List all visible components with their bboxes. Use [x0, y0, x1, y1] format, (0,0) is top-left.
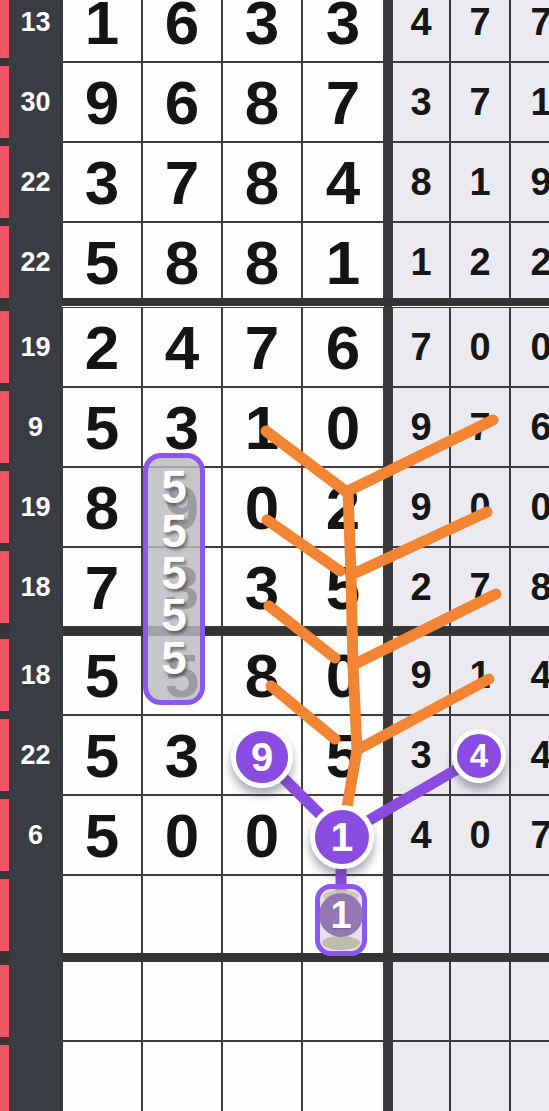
side-cell-r9c1[interactable]: 9: [392, 635, 450, 715]
cell-r4c4[interactable]: 1: [302, 222, 384, 302]
group-separator-2: [62, 627, 549, 635]
cell-r8c1[interactable]: 7: [62, 547, 142, 627]
cell-r10c2[interactable]: 3: [142, 715, 222, 795]
selection-circle-9[interactable]: 9: [231, 726, 293, 788]
side-cell-r9c3[interactable]: 4: [510, 635, 549, 715]
cell-r12c2[interactable]: [142, 875, 222, 955]
cell-r10c4[interactable]: 5: [302, 715, 384, 795]
cell-r3c4[interactable]: 4: [302, 142, 384, 222]
row-indicator-2: [0, 66, 9, 138]
row-indicator-strip: [0, 0, 9, 1111]
cell-r13c4[interactable]: [302, 961, 384, 1041]
side-cell-r5c2[interactable]: 0: [450, 307, 510, 387]
side-cell-r11c1[interactable]: 4: [392, 795, 450, 875]
side-cell-r13c1[interactable]: [392, 961, 450, 1041]
side-cell-r7c3[interactable]: 0: [510, 467, 549, 547]
row-indicator-12: [0, 879, 9, 951]
side-cell-r4c3[interactable]: 2: [510, 222, 549, 302]
side-cell-r6c3[interactable]: 6: [510, 387, 549, 467]
side-cell-r7c2[interactable]: 0: [450, 467, 510, 547]
cell-r1c3[interactable]: 3: [222, 0, 302, 62]
cell-r6c4[interactable]: 0: [302, 387, 384, 467]
row-indicator-7: [0, 471, 9, 543]
cell-r10c1[interactable]: 5: [62, 715, 142, 795]
row-sum-9: 18: [9, 635, 62, 715]
group-separator-1: [62, 298, 549, 306]
cell-r11c3[interactable]: 0: [222, 795, 302, 875]
cell-r13c1[interactable]: [62, 961, 142, 1041]
row-indicator-11: [0, 799, 9, 871]
cell-r2c2[interactable]: 6: [142, 62, 222, 142]
side-cell-r13c2[interactable]: [450, 961, 510, 1041]
side-cell-r9c2[interactable]: 1: [450, 635, 510, 715]
side-cell-r8c3[interactable]: 8: [510, 547, 549, 627]
row-sum-column: 13302222199191818226: [9, 0, 62, 1111]
side-cell-r10c1[interactable]: 3: [392, 715, 450, 795]
cell-r12c1[interactable]: [62, 875, 142, 955]
side-cell-r6c1[interactable]: 9: [392, 387, 450, 467]
row-indicator-8: [0, 551, 9, 623]
row-indicator-1: [0, 0, 9, 58]
cell-r7c4[interactable]: 2: [302, 467, 384, 547]
selection-circle-4[interactable]: 4: [452, 729, 506, 783]
cell-r2c1[interactable]: 9: [62, 62, 142, 142]
cell-r7c1[interactable]: 8: [62, 467, 142, 547]
cell-r1c1[interactable]: 1: [62, 0, 142, 62]
side-cell-r1c2[interactable]: 7: [450, 0, 510, 62]
side-cell-r3c3[interactable]: 9: [510, 142, 549, 222]
pending-tile-badge[interactable]: 1: [315, 884, 367, 956]
side-cell-r14c2[interactable]: [450, 1041, 510, 1111]
row-indicator-4: [0, 226, 9, 298]
side-cell-r1c3[interactable]: 7: [510, 0, 549, 62]
selection-circle-1-value: 1: [331, 814, 354, 860]
side-cell-r7c1[interactable]: 9: [392, 467, 450, 547]
cell-r8c4[interactable]: 5: [302, 547, 384, 627]
row-sum-6: 9: [9, 387, 62, 467]
side-cell-r6c2[interactable]: 7: [450, 387, 510, 467]
row-indicator-9: [0, 639, 9, 711]
row-indicator-13: [0, 965, 9, 1037]
cell-r9c4[interactable]: 0: [302, 635, 384, 715]
row-indicator-6: [0, 391, 9, 463]
highlight-tile-5: 5: [148, 635, 200, 681]
row-sum-5: 19: [9, 307, 62, 387]
row-sum-7: 19: [9, 467, 62, 547]
side-cell-r4c2[interactable]: 2: [450, 222, 510, 302]
side-cell-r5c1[interactable]: 7: [392, 307, 450, 387]
cell-r14c3[interactable]: [222, 1041, 302, 1111]
cell-r5c1[interactable]: 2: [62, 307, 142, 387]
row-sum-11: 6: [9, 795, 62, 875]
row-sum-1: 13: [9, 0, 62, 62]
cell-r13c2[interactable]: [142, 961, 222, 1041]
cell-r3c3[interactable]: 8: [222, 142, 302, 222]
cell-r1c4[interactable]: 3: [302, 0, 384, 62]
side-cell-r12c1[interactable]: [392, 875, 450, 955]
highlight-tile-1: 5: [148, 464, 200, 510]
row-sum-10: 22: [9, 715, 62, 795]
cell-r11c1[interactable]: 5: [62, 795, 142, 875]
cell-r1c2[interactable]: 6: [142, 0, 222, 62]
cell-r6c1[interactable]: 5: [62, 387, 142, 467]
side-cell-r12c2[interactable]: [450, 875, 510, 955]
side-cell-r4c1[interactable]: 1: [392, 222, 450, 302]
side-cell-r2c3[interactable]: 1: [510, 62, 549, 142]
pending-tile-token: 1: [319, 893, 363, 937]
side-cell-r11c2[interactable]: 0: [450, 795, 510, 875]
cell-r2c4[interactable]: 7: [302, 62, 384, 142]
cell-r14c1[interactable]: [62, 1041, 142, 1111]
selection-circle-1[interactable]: 1: [310, 805, 374, 869]
side-cell-r14c1[interactable]: [392, 1041, 450, 1111]
cell-r13c3[interactable]: [222, 961, 302, 1041]
side-cell-r13c3[interactable]: [510, 961, 549, 1041]
side-cell-r8c2[interactable]: 7: [450, 547, 510, 627]
cell-r3c1[interactable]: 3: [62, 142, 142, 222]
row-indicator-10: [0, 719, 9, 791]
row-indicator-14: [0, 1045, 9, 1111]
side-cell-r10c3[interactable]: 4: [510, 715, 549, 795]
cell-r4c3[interactable]: 8: [222, 222, 302, 302]
cell-r2c3[interactable]: 8: [222, 62, 302, 142]
side-cell-r3c2[interactable]: 1: [450, 142, 510, 222]
cell-r7c3[interactable]: 0: [222, 467, 302, 547]
selection-circle-9-value: 9: [251, 735, 273, 779]
main-side-divider: [384, 0, 392, 1111]
cell-r14c2[interactable]: [142, 1041, 222, 1111]
cell-r8c3[interactable]: 3: [222, 547, 302, 627]
cell-r4c1[interactable]: 5: [62, 222, 142, 302]
side-cell-r14c3[interactable]: [510, 1041, 549, 1111]
row-indicator-3: [0, 146, 9, 218]
side-cell-r5c3[interactable]: 0: [510, 307, 549, 387]
cell-r4c2[interactable]: 8: [142, 222, 222, 302]
cell-r5c2[interactable]: 4: [142, 307, 222, 387]
cell-r11c2[interactable]: 0: [142, 795, 222, 875]
cell-r5c4[interactable]: 6: [302, 307, 384, 387]
cell-r12c3[interactable]: [222, 875, 302, 955]
side-cell-r2c2[interactable]: 7: [450, 62, 510, 142]
group-separator-3: [62, 953, 549, 961]
side-cell-r8c1[interactable]: 2: [392, 547, 450, 627]
cell-r6c3[interactable]: 1: [222, 387, 302, 467]
column-highlight[interactable]: 55555: [143, 453, 205, 705]
side-cell-r12c3[interactable]: [510, 875, 549, 955]
row-indicator-5: [0, 311, 9, 383]
cell-r9c1[interactable]: 5: [62, 635, 142, 715]
row-sum-2: 30: [9, 62, 62, 142]
row-sum-4: 22: [9, 222, 62, 302]
side-cell-r11c3[interactable]: 7: [510, 795, 549, 875]
cell-r3c2[interactable]: 7: [142, 142, 222, 222]
side-cell-r1c1[interactable]: 4: [392, 0, 450, 62]
row-sum-3: 22: [9, 142, 62, 222]
cell-r9c3[interactable]: 8: [222, 635, 302, 715]
side-cell-r2c1[interactable]: 3: [392, 62, 450, 142]
cell-r14c4[interactable]: [302, 1041, 384, 1111]
game-screen: 13302222199191818226 1633477968737137848…: [0, 0, 549, 1111]
cell-r5c3[interactable]: 7: [222, 307, 302, 387]
tile-stack-bottom-edge: [322, 936, 360, 950]
selection-circle-4-value: 4: [470, 737, 488, 774]
side-cell-r3c1[interactable]: 8: [392, 142, 450, 222]
row-sum-8: 18: [9, 547, 62, 627]
